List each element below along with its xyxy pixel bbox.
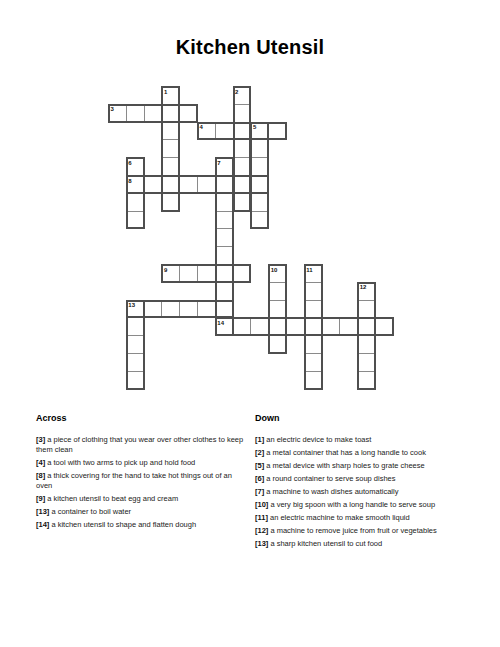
grid-cell[interactable] [161, 86, 180, 105]
grid-cell[interactable] [144, 104, 163, 123]
grid-cell[interactable] [322, 317, 341, 336]
grid-cell[interactable] [215, 122, 234, 141]
clue-number: [13] [36, 507, 49, 516]
grid-cell[interactable] [215, 228, 234, 247]
grid-cell[interactable] [304, 282, 323, 301]
grid-cell[interactable] [268, 282, 287, 301]
grid-cell[interactable] [179, 264, 198, 283]
clue-item: [6] a round container to serve soup dish… [255, 474, 485, 484]
grid-cell[interactable] [233, 122, 252, 141]
grid-cell[interactable] [126, 353, 145, 372]
grid-cell[interactable] [161, 193, 180, 212]
clue-item: [13] a container to boil water [36, 507, 248, 517]
clue-number: [5] [255, 461, 264, 470]
grid-cell[interactable] [304, 300, 323, 319]
grid-cell[interactable] [233, 317, 252, 336]
grid-cell[interactable] [215, 300, 234, 319]
down-clues: [1] an electric device to make toast[2] … [255, 435, 485, 549]
grid-cell[interactable] [250, 211, 269, 230]
clue-item: [7] a machine to wash dishes automatical… [255, 487, 485, 497]
grid-cell[interactable] [161, 104, 180, 123]
clue-item: [12] a machine to remove juice from frui… [255, 526, 485, 536]
grid-cell[interactable] [179, 104, 198, 123]
clue-item: [3] a piece of clothing that you wear ov… [36, 435, 248, 455]
grid-cell[interactable] [250, 139, 269, 158]
clue-item: [2] a metal container that has a long ha… [255, 448, 485, 458]
grid-cell[interactable] [161, 300, 180, 319]
clue-item: [13] a sharp kitchen utensil to cut food [255, 539, 485, 549]
grid-cell[interactable] [126, 175, 145, 194]
grid-cell[interactable] [215, 264, 234, 283]
grid-cell[interactable] [126, 104, 145, 123]
across-header: Across [36, 413, 248, 423]
clue-item: [5] a metal device with sharp holes to g… [255, 461, 485, 471]
grid-cell[interactable] [161, 139, 180, 158]
grid-cell[interactable] [144, 175, 163, 194]
grid-cell[interactable] [304, 335, 323, 354]
clue-item: [9] a kitchen utensil to beat egg and cr… [36, 494, 248, 504]
grid-cell[interactable] [233, 193, 252, 212]
grid-cell[interactable] [108, 104, 127, 123]
clue-number: [14] [36, 520, 49, 529]
clue-number: [7] [255, 487, 264, 496]
grid-cell[interactable] [268, 300, 287, 319]
grid-cell[interactable] [197, 300, 216, 319]
clue-number: [10] [255, 500, 268, 509]
puzzle-title: Kitchen Utensil [0, 36, 500, 59]
grid-cell[interactable] [126, 335, 145, 354]
grid-cell[interactable] [250, 157, 269, 176]
grid-cell[interactable] [233, 139, 252, 158]
grid-cell[interactable] [233, 86, 252, 105]
across-clues: [3] a piece of clothing that you wear ov… [36, 435, 248, 531]
grid-cell[interactable] [161, 264, 180, 283]
clue-number: [9] [36, 494, 45, 503]
grid-cell[interactable] [215, 282, 234, 301]
clue-item: [4] a tool with two arms to pick up and … [36, 458, 248, 468]
crossword-grid: 1234567891011121314 [108, 86, 394, 390]
grid-cell[interactable] [161, 122, 180, 141]
grid-cell[interactable] [126, 300, 145, 319]
grid-cell[interactable] [215, 157, 234, 176]
grid-cell[interactable] [179, 175, 198, 194]
grid-cell[interactable] [215, 175, 234, 194]
grid-cell[interactable] [161, 157, 180, 176]
grid-cell[interactable] [179, 300, 198, 319]
clue-number: [1] [255, 435, 264, 444]
clue-item: [10] a very big spoon with a long handle… [255, 500, 485, 510]
clue-number: [6] [255, 474, 264, 483]
grid-cell[interactable] [304, 264, 323, 283]
grid-cell[interactable] [126, 193, 145, 212]
grid-cell[interactable] [339, 317, 358, 336]
grid-cell[interactable] [126, 371, 145, 390]
down-header: Down [255, 413, 485, 423]
grid-cell[interactable] [268, 264, 287, 283]
grid-cell[interactable] [197, 122, 216, 141]
grid-cell[interactable] [233, 175, 252, 194]
grid-cell[interactable] [215, 193, 234, 212]
grid-cell[interactable] [233, 104, 252, 123]
grid-cell[interactable] [250, 175, 269, 194]
grid-cell[interactable] [250, 122, 269, 141]
grid-cell[interactable] [215, 211, 234, 230]
down-clues-section: Down [1] an electric device to make toas… [255, 413, 485, 552]
clue-item: [1] an electric device to make toast [255, 435, 485, 445]
grid-cell[interactable] [304, 353, 323, 372]
grid-cell[interactable] [268, 317, 287, 336]
grid-cell[interactable] [357, 282, 376, 301]
grid-cell[interactable] [357, 300, 376, 319]
grid-cell[interactable] [215, 246, 234, 265]
grid-cell[interactable] [126, 317, 145, 336]
grid-cell[interactable] [144, 300, 163, 319]
clue-item: [11] an electric machine to make smooth … [255, 513, 485, 523]
grid-cell[interactable] [197, 175, 216, 194]
grid-cell[interactable] [233, 157, 252, 176]
clue-number: [13] [255, 539, 268, 548]
grid-cell[interactable] [126, 211, 145, 230]
clue-number: [8] [36, 471, 45, 480]
grid-cell[interactable] [304, 317, 323, 336]
grid-cell[interactable] [215, 317, 234, 336]
clue-number: [12] [255, 526, 268, 535]
grid-cell[interactable] [357, 335, 376, 354]
clue-number: [2] [255, 448, 264, 457]
grid-cell[interactable] [197, 264, 216, 283]
clue-number: [11] [255, 513, 268, 522]
clue-item: [8] a thick covering for the hand to tak… [36, 471, 248, 491]
grid-cell[interactable] [268, 122, 287, 141]
grid-cell[interactable] [126, 157, 145, 176]
grid-cell[interactable] [357, 371, 376, 390]
clue-item: [14] a kitchen utensil to shape and flat… [36, 520, 248, 530]
grid-cell[interactable] [375, 317, 394, 336]
grid-cell[interactable] [161, 175, 180, 194]
grid-cell[interactable] [233, 264, 252, 283]
grid-cell[interactable] [357, 353, 376, 372]
grid-cell[interactable] [286, 317, 305, 336]
clue-number: [4] [36, 458, 45, 467]
across-clues-section: Across [3] a piece of clothing that you … [36, 413, 248, 533]
grid-cell[interactable] [357, 317, 376, 336]
grid-cell[interactable] [268, 335, 287, 354]
grid-cell[interactable] [250, 193, 269, 212]
clue-number: [3] [36, 435, 45, 444]
grid-cell[interactable] [304, 371, 323, 390]
grid-cell[interactable] [250, 317, 269, 336]
